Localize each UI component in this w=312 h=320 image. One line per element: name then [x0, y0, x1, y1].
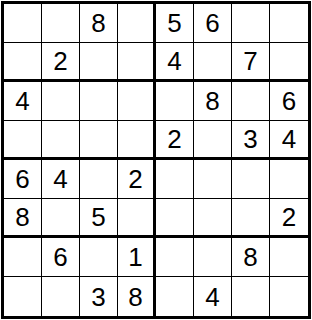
cell-r4c6[interactable]: [194, 121, 232, 160]
cell-r3c6[interactable]: 8: [194, 82, 232, 121]
cell-r1c7[interactable]: [232, 4, 270, 43]
cell-r5c1[interactable]: 6: [4, 160, 42, 199]
cell-r1c3[interactable]: 8: [80, 4, 118, 43]
cell-r1c5[interactable]: 5: [156, 4, 194, 43]
given-digit: 2: [167, 126, 181, 152]
cell-r8c4[interactable]: 8: [118, 277, 156, 316]
cell-r6c2[interactable]: [42, 199, 80, 238]
cell-r2c3[interactable]: [80, 43, 118, 82]
given-digit: 6: [53, 244, 67, 270]
cell-r2c1[interactable]: [4, 43, 42, 82]
cell-r3c2[interactable]: [42, 82, 80, 121]
given-digit: 3: [243, 126, 257, 152]
cell-r6c3[interactable]: 5: [80, 199, 118, 238]
cell-r6c7[interactable]: [232, 199, 270, 238]
given-digit: 8: [15, 204, 29, 230]
cell-r5c2[interactable]: 4: [42, 160, 80, 199]
cell-r7c7[interactable]: 8: [232, 238, 270, 277]
cell-r7c8[interactable]: [270, 238, 308, 277]
given-digit: 5: [91, 204, 105, 230]
cell-r7c1[interactable]: [4, 238, 42, 277]
cell-r4c7[interactable]: 3: [232, 121, 270, 160]
cell-r1c4[interactable]: [118, 4, 156, 43]
cell-r8c8[interactable]: [270, 277, 308, 316]
given-digit: 1: [128, 244, 142, 270]
cell-r7c4[interactable]: 1: [118, 238, 156, 277]
cell-r3c8[interactable]: 6: [270, 82, 308, 121]
cell-r3c5[interactable]: [156, 82, 194, 121]
cell-r5c5[interactable]: [156, 160, 194, 199]
cell-r7c6[interactable]: [194, 238, 232, 277]
cell-r4c2[interactable]: [42, 121, 80, 160]
cell-r1c1[interactable]: [4, 4, 42, 43]
cell-r4c8[interactable]: 4: [270, 121, 308, 160]
cell-r1c6[interactable]: 6: [194, 4, 232, 43]
given-digit: 2: [282, 204, 296, 230]
cell-r8c5[interactable]: [156, 277, 194, 316]
cell-r7c5[interactable]: [156, 238, 194, 277]
cell-r6c6[interactable]: [194, 199, 232, 238]
cell-r8c6[interactable]: 4: [194, 277, 232, 316]
cell-r8c7[interactable]: [232, 277, 270, 316]
given-digit: 7: [243, 48, 257, 74]
given-digit: 4: [282, 126, 296, 152]
given-digit: 4: [167, 48, 181, 74]
cell-r1c8[interactable]: [270, 4, 308, 43]
cell-r8c3[interactable]: 3: [80, 277, 118, 316]
cell-r2c8[interactable]: [270, 43, 308, 82]
given-digit: 8: [128, 284, 142, 310]
sudoku-board: 856247486234642852618384: [1, 1, 311, 319]
cell-r7c3[interactable]: [80, 238, 118, 277]
given-digit: 8: [243, 244, 257, 270]
cell-r4c1[interactable]: [4, 121, 42, 160]
cell-r6c1[interactable]: 8: [4, 199, 42, 238]
cell-r4c4[interactable]: [118, 121, 156, 160]
given-digit: 4: [205, 284, 219, 310]
cell-r5c7[interactable]: [232, 160, 270, 199]
given-digit: 8: [91, 10, 105, 36]
given-digit: 2: [128, 166, 142, 192]
cell-r5c4[interactable]: 2: [118, 160, 156, 199]
cell-r8c1[interactable]: [4, 277, 42, 316]
given-digit: 4: [53, 166, 67, 192]
cell-r7c2[interactable]: 6: [42, 238, 80, 277]
cell-r3c1[interactable]: 4: [4, 82, 42, 121]
cell-r6c5[interactable]: [156, 199, 194, 238]
given-digit: 6: [205, 10, 219, 36]
given-digit: 8: [205, 88, 219, 114]
cell-r4c5[interactable]: 2: [156, 121, 194, 160]
cell-r2c5[interactable]: 4: [156, 43, 194, 82]
cell-r1c2[interactable]: [42, 4, 80, 43]
given-digit: 6: [282, 88, 296, 114]
cell-r8c2[interactable]: [42, 277, 80, 316]
cell-r2c6[interactable]: [194, 43, 232, 82]
cell-r3c4[interactable]: [118, 82, 156, 121]
given-digit: 2: [53, 48, 67, 74]
sudoku-board-wrapper: 856247486234642852618384: [0, 0, 312, 320]
given-digit: 5: [167, 10, 181, 36]
given-digit: 6: [15, 166, 29, 192]
cell-r6c4[interactable]: [118, 199, 156, 238]
cell-r2c2[interactable]: 2: [42, 43, 80, 82]
cell-r6c8[interactable]: 2: [270, 199, 308, 238]
cell-r5c8[interactable]: [270, 160, 308, 199]
cell-r5c3[interactable]: [80, 160, 118, 199]
cell-r2c7[interactable]: 7: [232, 43, 270, 82]
given-digit: 3: [91, 284, 105, 310]
given-digit: 4: [15, 88, 29, 114]
cell-r3c3[interactable]: [80, 82, 118, 121]
cell-r5c6[interactable]: [194, 160, 232, 199]
cell-r3c7[interactable]: [232, 82, 270, 121]
cell-r4c3[interactable]: [80, 121, 118, 160]
cell-r2c4[interactable]: [118, 43, 156, 82]
